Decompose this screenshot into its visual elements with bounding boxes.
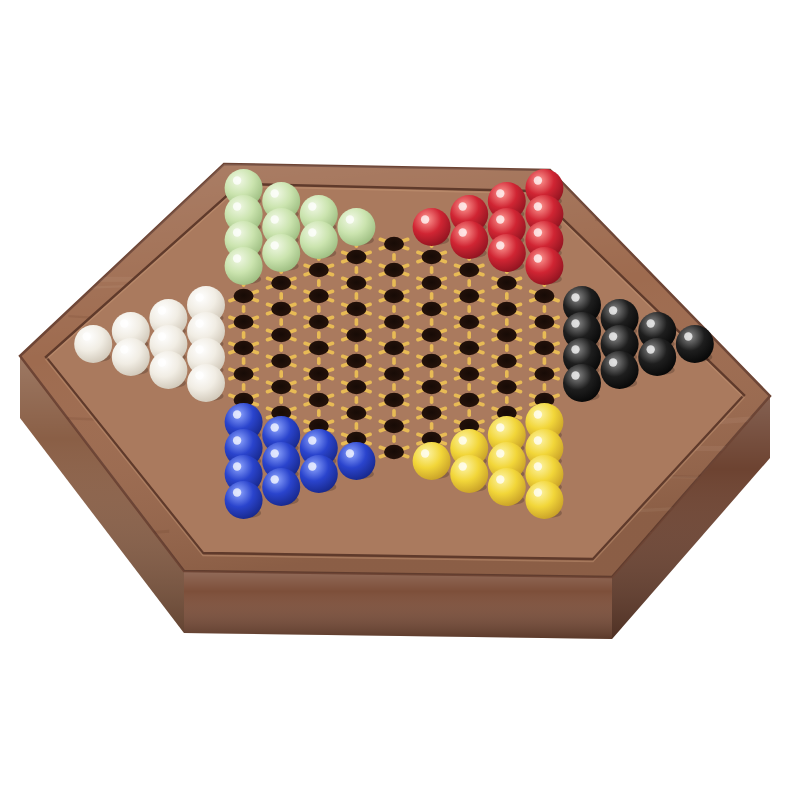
hole[interactable]	[271, 380, 291, 394]
marble-specular-highlight	[534, 410, 542, 418]
marble-specular-highlight	[684, 332, 692, 340]
marble-ball	[225, 481, 263, 519]
marble-specular-highlight	[571, 371, 579, 379]
hole[interactable]	[459, 341, 479, 355]
product-photo-stage	[0, 0, 800, 800]
marble-ball	[337, 208, 375, 246]
hole[interactable]	[497, 302, 517, 316]
marble-yellow[interactable]	[413, 442, 451, 480]
hole[interactable]	[234, 315, 254, 329]
marble-specular-highlight	[271, 475, 279, 483]
marble-specular-highlight	[459, 202, 467, 210]
wood-grain-streak	[56, 218, 145, 224]
hole[interactable]	[422, 328, 442, 342]
marble-specular-highlight	[496, 475, 504, 483]
marble-specular-highlight	[647, 319, 655, 327]
marble-ball	[488, 234, 526, 272]
hole[interactable]	[309, 263, 329, 277]
marble-ball	[112, 338, 150, 376]
marble-red[interactable]	[525, 247, 563, 285]
hole[interactable]	[346, 250, 366, 264]
marble-red[interactable]	[413, 208, 451, 246]
marble-blue[interactable]	[300, 455, 338, 493]
marble-specular-highlight	[308, 202, 316, 210]
hole[interactable]	[459, 289, 479, 303]
marble-ball	[525, 481, 563, 519]
hole[interactable]	[271, 328, 291, 342]
hole[interactable]	[422, 354, 442, 368]
marble-specular-highlight	[233, 254, 241, 262]
marble-blue[interactable]	[337, 442, 375, 480]
marble-ball	[300, 221, 338, 259]
hole[interactable]	[271, 354, 291, 368]
marble-specular-highlight	[271, 423, 279, 431]
hole[interactable]	[422, 302, 442, 316]
marble-specular-highlight	[195, 319, 203, 327]
marble-green[interactable]	[262, 234, 300, 272]
hole[interactable]	[384, 419, 404, 433]
marble-specular-highlight	[534, 228, 542, 236]
hole[interactable]	[234, 289, 254, 303]
marble-ball	[149, 351, 187, 389]
marble-specular-highlight	[346, 215, 354, 223]
hole[interactable]	[497, 380, 517, 394]
hole[interactable]	[534, 289, 554, 303]
marble-specular-highlight	[271, 189, 279, 197]
hole[interactable]	[497, 328, 517, 342]
hole[interactable]	[384, 289, 404, 303]
marble-specular-highlight	[459, 436, 467, 444]
wood-grain-streak	[647, 264, 800, 275]
marble-specular-highlight	[308, 462, 316, 470]
marble-specular-highlight	[496, 423, 504, 431]
hole[interactable]	[534, 367, 554, 381]
hole[interactable]	[422, 406, 442, 420]
hole[interactable]	[309, 341, 329, 355]
hole[interactable]	[384, 367, 404, 381]
marble-specular-highlight	[271, 215, 279, 223]
hole[interactable]	[497, 276, 517, 290]
marble-specular-highlight	[271, 449, 279, 457]
marble-specular-highlight	[233, 436, 241, 444]
marble-white[interactable]	[74, 325, 112, 363]
hole[interactable]	[422, 250, 442, 264]
marble-ball	[413, 208, 451, 246]
marble-blue[interactable]	[225, 481, 263, 519]
hole[interactable]	[459, 315, 479, 329]
hole[interactable]	[384, 393, 404, 407]
marble-specular-highlight	[158, 306, 166, 314]
marble-specular-highlight	[233, 228, 241, 236]
hole[interactable]	[384, 263, 404, 277]
marble-specular-highlight	[346, 449, 354, 457]
marble-ball	[187, 364, 225, 402]
marble-specular-highlight	[233, 410, 241, 418]
marble-specular-highlight	[158, 358, 166, 366]
marble-specular-highlight	[459, 462, 467, 470]
hole[interactable]	[309, 289, 329, 303]
marble-ball	[300, 455, 338, 493]
marble-specular-highlight	[571, 293, 579, 301]
marble-white[interactable]	[112, 338, 150, 376]
hole[interactable]	[346, 406, 366, 420]
marble-specular-highlight	[83, 332, 91, 340]
marble-specular-highlight	[534, 202, 542, 210]
hole[interactable]	[346, 380, 366, 394]
hole[interactable]	[422, 276, 442, 290]
marble-black[interactable]	[676, 325, 714, 363]
hole[interactable]	[346, 302, 366, 316]
marble-specular-highlight	[421, 449, 429, 457]
hole[interactable]	[497, 354, 517, 368]
hole[interactable]	[234, 367, 254, 381]
marble-yellow[interactable]	[450, 455, 488, 493]
marble-specular-highlight	[158, 332, 166, 340]
marble-green[interactable]	[225, 247, 263, 285]
marble-specular-highlight	[195, 293, 203, 301]
marble-specular-highlight	[233, 462, 241, 470]
marble-yellow[interactable]	[525, 481, 563, 519]
hole[interactable]	[384, 445, 404, 459]
hole[interactable]	[459, 367, 479, 381]
marble-blue[interactable]	[262, 468, 300, 506]
marble-specular-highlight	[421, 215, 429, 223]
board-side-front-shade	[184, 571, 612, 639]
hole[interactable]	[309, 393, 329, 407]
hole[interactable]	[271, 276, 291, 290]
hole[interactable]	[346, 354, 366, 368]
marble-ball	[225, 247, 263, 285]
marble-specular-highlight	[534, 254, 542, 262]
marble-specular-highlight	[195, 371, 203, 379]
marble-specular-highlight	[534, 436, 542, 444]
hole[interactable]	[271, 302, 291, 316]
marble-specular-highlight	[534, 488, 542, 496]
marble-black[interactable]	[563, 364, 601, 402]
marble-ball	[262, 234, 300, 272]
marble-specular-highlight	[233, 202, 241, 210]
marble-black[interactable]	[601, 351, 639, 389]
hole[interactable]	[346, 328, 366, 342]
hole[interactable]	[384, 341, 404, 355]
marble-ball	[525, 247, 563, 285]
marble-ball	[262, 468, 300, 506]
hole[interactable]	[459, 263, 479, 277]
marble-white[interactable]	[149, 351, 187, 389]
marble-black[interactable]	[638, 338, 676, 376]
hole[interactable]	[534, 315, 554, 329]
marble-ball	[74, 325, 112, 363]
marble-specular-highlight	[271, 241, 279, 249]
hole[interactable]	[422, 380, 442, 394]
hole[interactable]	[346, 276, 366, 290]
marble-specular-highlight	[308, 228, 316, 236]
marble-red[interactable]	[488, 234, 526, 272]
marble-specular-highlight	[496, 189, 504, 197]
marble-ball	[601, 351, 639, 389]
marble-ball	[488, 468, 526, 506]
marble-specular-highlight	[534, 462, 542, 470]
marble-specular-highlight	[534, 176, 542, 184]
marble-specular-highlight	[233, 176, 241, 184]
marble-yellow[interactable]	[488, 468, 526, 506]
hole[interactable]	[309, 315, 329, 329]
hole[interactable]	[309, 367, 329, 381]
marble-red[interactable]	[450, 221, 488, 259]
marble-specular-highlight	[120, 319, 128, 327]
marble-specular-highlight	[609, 306, 617, 314]
marble-white[interactable]	[187, 364, 225, 402]
hole[interactable]	[384, 237, 404, 251]
marble-green[interactable]	[337, 208, 375, 246]
marble-specular-highlight	[496, 241, 504, 249]
marble-specular-highlight	[496, 215, 504, 223]
wood-grain-streak	[595, 219, 788, 233]
chinese-checkers-board	[0, 0, 800, 800]
marble-ball	[563, 364, 601, 402]
marble-ball	[337, 442, 375, 480]
marble-ball	[638, 338, 676, 376]
marble-specular-highlight	[195, 345, 203, 353]
marble-ball	[413, 442, 451, 480]
marble-green[interactable]	[300, 221, 338, 259]
marble-specular-highlight	[647, 345, 655, 353]
marble-specular-highlight	[609, 358, 617, 366]
marble-specular-highlight	[233, 488, 241, 496]
wood-grain-streak	[726, 339, 800, 350]
marble-ball	[450, 221, 488, 259]
marble-specular-highlight	[571, 345, 579, 353]
marble-specular-highlight	[496, 449, 504, 457]
wood-grain-streak	[692, 242, 794, 247]
marble-ball	[450, 455, 488, 493]
marble-specular-highlight	[308, 436, 316, 444]
marble-ball	[676, 325, 714, 363]
marble-specular-highlight	[571, 319, 579, 327]
hole[interactable]	[534, 341, 554, 355]
hole[interactable]	[459, 393, 479, 407]
marble-specular-highlight	[459, 228, 467, 236]
hole[interactable]	[384, 315, 404, 329]
hole[interactable]	[234, 341, 254, 355]
marble-specular-highlight	[609, 332, 617, 340]
marble-specular-highlight	[120, 345, 128, 353]
